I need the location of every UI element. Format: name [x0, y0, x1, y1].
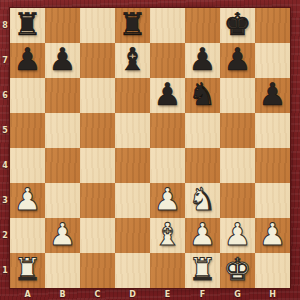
- rank-label-6: 6: [0, 78, 10, 113]
- square-b3[interactable]: [45, 183, 80, 218]
- square-g3[interactable]: [220, 183, 255, 218]
- square-d7[interactable]: ♝: [115, 43, 150, 78]
- white-pawn-b2[interactable]: ♟: [49, 219, 77, 250]
- square-c8[interactable]: [80, 8, 115, 43]
- white-knight-f3[interactable]: ♞: [189, 184, 217, 215]
- square-d1[interactable]: [115, 253, 150, 288]
- square-h4[interactable]: [255, 148, 290, 183]
- rank-label-7: 7: [0, 43, 10, 78]
- square-h3[interactable]: [255, 183, 290, 218]
- file-label-f: F: [185, 288, 220, 300]
- black-pawn-h6[interactable]: ♟: [259, 79, 287, 110]
- rank-labels: 87654321: [0, 8, 10, 288]
- square-h6[interactable]: ♟: [255, 78, 290, 113]
- square-b7[interactable]: ♟: [45, 43, 80, 78]
- square-f2[interactable]: ♟: [185, 218, 220, 253]
- square-a4[interactable]: [10, 148, 45, 183]
- square-f7[interactable]: ♟: [185, 43, 220, 78]
- square-c5[interactable]: [80, 113, 115, 148]
- square-e4[interactable]: [150, 148, 185, 183]
- square-d4[interactable]: [115, 148, 150, 183]
- square-g5[interactable]: [220, 113, 255, 148]
- file-label-d: D: [115, 288, 150, 300]
- white-pawn-a3[interactable]: ♟: [14, 184, 42, 215]
- square-g2[interactable]: ♟: [220, 218, 255, 253]
- square-a1[interactable]: ♜: [10, 253, 45, 288]
- square-a2[interactable]: [10, 218, 45, 253]
- square-b4[interactable]: [45, 148, 80, 183]
- file-label-h: H: [255, 288, 290, 300]
- square-c4[interactable]: [80, 148, 115, 183]
- black-pawn-e6[interactable]: ♟: [154, 79, 182, 110]
- square-b5[interactable]: [45, 113, 80, 148]
- square-d8[interactable]: ♜: [115, 8, 150, 43]
- square-h2[interactable]: ♟: [255, 218, 290, 253]
- rank-label-3: 3: [0, 183, 10, 218]
- black-knight-f6[interactable]: ♞: [189, 79, 217, 110]
- white-king-g1[interactable]: ♚: [224, 254, 252, 285]
- square-a5[interactable]: [10, 113, 45, 148]
- black-pawn-f7[interactable]: ♟: [189, 44, 217, 75]
- black-bishop-d7[interactable]: ♝: [119, 44, 147, 75]
- white-pawn-h2[interactable]: ♟: [259, 219, 287, 250]
- square-g7[interactable]: ♟: [220, 43, 255, 78]
- square-c3[interactable]: [80, 183, 115, 218]
- file-label-c: C: [80, 288, 115, 300]
- square-d2[interactable]: [115, 218, 150, 253]
- square-g6[interactable]: [220, 78, 255, 113]
- square-f3[interactable]: ♞: [185, 183, 220, 218]
- white-pawn-f2[interactable]: ♟: [189, 219, 217, 250]
- square-g8[interactable]: ♚: [220, 8, 255, 43]
- square-f4[interactable]: [185, 148, 220, 183]
- rank-label-5: 5: [0, 113, 10, 148]
- square-b6[interactable]: [45, 78, 80, 113]
- file-label-a: A: [10, 288, 45, 300]
- chess-board: ♜♜♚♟♟♝♟♟♟♞♟♟♟♞♟♝♟♟♟♜♜♚: [10, 8, 290, 288]
- file-label-e: E: [150, 288, 185, 300]
- square-d3[interactable]: [115, 183, 150, 218]
- white-pawn-g2[interactable]: ♟: [224, 219, 252, 250]
- file-labels: ABCDEFGH: [10, 288, 290, 300]
- file-label-g: G: [220, 288, 255, 300]
- black-rook-d8[interactable]: ♜: [119, 9, 147, 40]
- square-e3[interactable]: ♟: [150, 183, 185, 218]
- square-g1[interactable]: ♚: [220, 253, 255, 288]
- white-rook-a1[interactable]: ♜: [14, 254, 42, 285]
- rank-label-1: 1: [0, 253, 10, 288]
- rank-label-8: 8: [0, 8, 10, 43]
- square-a6[interactable]: [10, 78, 45, 113]
- square-f1[interactable]: ♜: [185, 253, 220, 288]
- square-b8[interactable]: [45, 8, 80, 43]
- square-f6[interactable]: ♞: [185, 78, 220, 113]
- square-a8[interactable]: ♜: [10, 8, 45, 43]
- square-h8[interactable]: [255, 8, 290, 43]
- square-h7[interactable]: [255, 43, 290, 78]
- black-pawn-a7[interactable]: ♟: [14, 44, 42, 75]
- black-rook-a8[interactable]: ♜: [14, 9, 42, 40]
- square-g4[interactable]: [220, 148, 255, 183]
- rank-label-2: 2: [0, 218, 10, 253]
- square-d5[interactable]: [115, 113, 150, 148]
- black-pawn-b7[interactable]: ♟: [49, 44, 77, 75]
- square-c6[interactable]: [80, 78, 115, 113]
- white-bishop-e2[interactable]: ♝: [154, 219, 182, 250]
- square-c2[interactable]: [80, 218, 115, 253]
- square-f5[interactable]: [185, 113, 220, 148]
- square-b1[interactable]: [45, 253, 80, 288]
- square-e8[interactable]: [150, 8, 185, 43]
- square-h5[interactable]: [255, 113, 290, 148]
- square-b2[interactable]: ♟: [45, 218, 80, 253]
- square-a3[interactable]: ♟: [10, 183, 45, 218]
- square-e2[interactable]: ♝: [150, 218, 185, 253]
- square-c1[interactable]: [80, 253, 115, 288]
- chess-board-frame: ♜♜♚♟♟♝♟♟♟♞♟♟♟♞♟♝♟♟♟♜♜♚ 87654321 ABCDEFGH: [0, 0, 300, 300]
- black-king-g8[interactable]: ♚: [224, 9, 252, 40]
- square-e6[interactable]: ♟: [150, 78, 185, 113]
- black-pawn-g7[interactable]: ♟: [224, 44, 252, 75]
- square-a7[interactable]: ♟: [10, 43, 45, 78]
- square-h1[interactable]: [255, 253, 290, 288]
- square-e1[interactable]: [150, 253, 185, 288]
- square-c7[interactable]: [80, 43, 115, 78]
- white-rook-f1[interactable]: ♜: [189, 254, 217, 285]
- square-e5[interactable]: [150, 113, 185, 148]
- square-f8[interactable]: [185, 8, 220, 43]
- square-e7[interactable]: [150, 43, 185, 78]
- white-pawn-e3[interactable]: ♟: [154, 184, 182, 215]
- square-d6[interactable]: [115, 78, 150, 113]
- file-label-b: B: [45, 288, 80, 300]
- rank-label-4: 4: [0, 148, 10, 183]
